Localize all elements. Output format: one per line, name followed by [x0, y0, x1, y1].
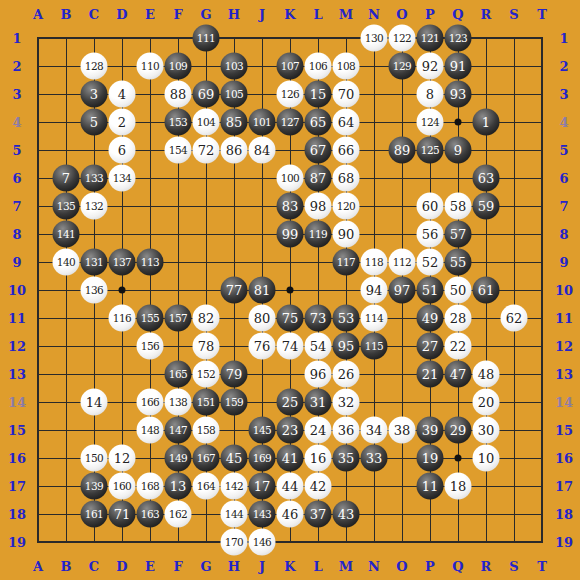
- col-label-top-Q: Q: [452, 7, 463, 22]
- stone-black-L18[interactable]: 37: [305, 501, 332, 528]
- stone-white-E15[interactable]: 148: [137, 417, 164, 444]
- stone-black-O2[interactable]: 129: [389, 53, 416, 80]
- stone-white-G13[interactable]: 152: [193, 361, 220, 388]
- stone-white-M4[interactable]: 64: [333, 109, 360, 136]
- move-number: 141: [57, 229, 76, 240]
- move-number: 126: [281, 89, 300, 100]
- move-number: 81: [254, 284, 271, 297]
- move-number: 138: [169, 397, 188, 408]
- stone-black-J16[interactable]: 169: [249, 445, 276, 472]
- stone-white-N15[interactable]: 34: [361, 417, 388, 444]
- grid-vline-T: [541, 37, 543, 543]
- stone-white-C7[interactable]: 132: [81, 193, 108, 220]
- stone-white-M14[interactable]: 32: [333, 389, 360, 416]
- stone-black-J18[interactable]: 143: [249, 501, 276, 528]
- stone-black-G16[interactable]: 167: [193, 445, 220, 472]
- stone-black-K11[interactable]: 75: [277, 305, 304, 332]
- stone-white-C10[interactable]: 136: [81, 277, 108, 304]
- stone-black-N16[interactable]: 33: [361, 445, 388, 472]
- row-label-left-17: 17: [8, 479, 26, 494]
- col-label-top-R: R: [481, 7, 492, 22]
- move-number: 146: [253, 537, 272, 548]
- stone-black-B8[interactable]: 141: [53, 221, 80, 248]
- stone-black-J17[interactable]: 17: [249, 473, 276, 500]
- stone-black-O5[interactable]: 89: [389, 137, 416, 164]
- row-label-left-10: 10: [8, 283, 26, 298]
- move-number: 84: [254, 144, 271, 157]
- stone-white-L7[interactable]: 98: [305, 193, 332, 220]
- stone-black-R10[interactable]: 61: [473, 277, 500, 304]
- stone-black-M9[interactable]: 117: [333, 249, 360, 276]
- stone-white-Q10[interactable]: 50: [445, 277, 472, 304]
- move-number: 111: [197, 33, 216, 44]
- stone-white-Q7[interactable]: 58: [445, 193, 472, 220]
- move-number: 49: [422, 312, 439, 325]
- move-number: 94: [366, 284, 383, 297]
- move-number: 17: [254, 480, 271, 493]
- stone-black-B7[interactable]: 135: [53, 193, 80, 220]
- stone-black-F11[interactable]: 157: [165, 305, 192, 332]
- move-number: 130: [365, 33, 384, 44]
- row-label-left-13: 13: [8, 367, 26, 382]
- star-point-D10: [119, 287, 126, 294]
- stone-black-Q3[interactable]: 93: [445, 81, 472, 108]
- stone-black-D9[interactable]: 137: [109, 249, 136, 276]
- stone-white-J5[interactable]: 84: [249, 137, 276, 164]
- stone-black-P12[interactable]: 27: [417, 333, 444, 360]
- move-number: 14: [86, 396, 103, 409]
- stone-white-H19[interactable]: 170: [221, 529, 248, 556]
- stone-white-L12[interactable]: 54: [305, 333, 332, 360]
- move-number: 82: [198, 312, 215, 325]
- stone-black-K16[interactable]: 41: [277, 445, 304, 472]
- stone-white-G5[interactable]: 72: [193, 137, 220, 164]
- col-label-bottom-C: C: [89, 559, 99, 574]
- stone-white-M15[interactable]: 36: [333, 417, 360, 444]
- stone-white-Q17[interactable]: 18: [445, 473, 472, 500]
- stone-white-G4[interactable]: 104: [193, 109, 220, 136]
- move-number: 3: [90, 88, 98, 101]
- row-label-left-7: 7: [12, 199, 21, 214]
- row-label-right-17: 17: [555, 479, 573, 494]
- stone-white-K6[interactable]: 100: [277, 165, 304, 192]
- stone-white-H5[interactable]: 86: [221, 137, 248, 164]
- stone-black-D18[interactable]: 71: [109, 501, 136, 528]
- stone-white-L15[interactable]: 24: [305, 417, 332, 444]
- stone-white-B9[interactable]: 140: [53, 249, 80, 276]
- move-number: 133: [85, 173, 104, 184]
- move-number: 44: [282, 480, 299, 493]
- star-point-Q4: [455, 119, 462, 126]
- move-number: 163: [141, 509, 160, 520]
- move-number: 155: [141, 313, 160, 324]
- stone-white-R14[interactable]: 20: [473, 389, 500, 416]
- move-number: 21: [422, 368, 439, 381]
- stone-white-N9[interactable]: 118: [361, 249, 388, 276]
- stone-black-Q5[interactable]: 9: [445, 137, 472, 164]
- row-label-right-19: 19: [555, 535, 573, 550]
- stone-white-M6[interactable]: 68: [333, 165, 360, 192]
- move-number: 151: [197, 397, 216, 408]
- stone-black-P13[interactable]: 21: [417, 361, 444, 388]
- stone-black-N12[interactable]: 115: [361, 333, 388, 360]
- stone-black-P11[interactable]: 49: [417, 305, 444, 332]
- row-label-left-15: 15: [8, 423, 26, 438]
- stone-black-R7[interactable]: 59: [473, 193, 500, 220]
- stone-black-P16[interactable]: 19: [417, 445, 444, 472]
- stone-black-K8[interactable]: 99: [277, 221, 304, 248]
- move-number: 168: [141, 481, 160, 492]
- move-number: 37: [310, 508, 327, 521]
- row-label-left-4: 4: [12, 115, 21, 130]
- stone-black-F15[interactable]: 147: [165, 417, 192, 444]
- stone-black-K7[interactable]: 83: [277, 193, 304, 220]
- move-number: 16: [310, 452, 327, 465]
- move-number: 42: [310, 480, 327, 493]
- stone-black-C9[interactable]: 131: [81, 249, 108, 276]
- stone-black-Q9[interactable]: 55: [445, 249, 472, 276]
- stone-white-E17[interactable]: 168: [137, 473, 164, 500]
- move-number: 72: [198, 144, 215, 157]
- move-number: 52: [422, 256, 439, 269]
- stone-black-M11[interactable]: 53: [333, 305, 360, 332]
- move-number: 143: [253, 509, 272, 520]
- stone-white-M7[interactable]: 120: [333, 193, 360, 220]
- move-number: 93: [450, 88, 467, 101]
- move-number: 46: [282, 508, 299, 521]
- move-number: 98: [310, 200, 327, 213]
- stone-white-M13[interactable]: 26: [333, 361, 360, 388]
- stone-black-H13[interactable]: 79: [221, 361, 248, 388]
- stone-white-R13[interactable]: 48: [473, 361, 500, 388]
- move-number: 123: [449, 33, 468, 44]
- row-label-left-12: 12: [8, 339, 26, 354]
- stone-white-O9[interactable]: 112: [389, 249, 416, 276]
- move-number: 58: [450, 200, 467, 213]
- move-number: 32: [338, 396, 355, 409]
- stone-white-P2[interactable]: 92: [417, 53, 444, 80]
- move-number: 162: [169, 509, 188, 520]
- stone-white-P4[interactable]: 124: [417, 109, 444, 136]
- move-number: 35: [338, 452, 355, 465]
- col-label-top-D: D: [116, 7, 127, 22]
- row-label-left-16: 16: [8, 451, 26, 466]
- stone-white-N10[interactable]: 94: [361, 277, 388, 304]
- stone-white-O1[interactable]: 122: [389, 25, 416, 52]
- move-number: 10: [478, 452, 495, 465]
- row-label-right-12: 12: [555, 339, 573, 354]
- col-label-bottom-E: E: [145, 559, 155, 574]
- row-label-right-9: 9: [559, 255, 568, 270]
- stone-black-P10[interactable]: 51: [417, 277, 444, 304]
- stone-black-G3[interactable]: 69: [193, 81, 220, 108]
- move-number: 139: [85, 481, 104, 492]
- move-number: 67: [310, 144, 327, 157]
- col-label-top-G: G: [200, 7, 211, 22]
- stone-black-H3[interactable]: 105: [221, 81, 248, 108]
- stone-black-H16[interactable]: 45: [221, 445, 248, 472]
- stone-black-M16[interactable]: 35: [333, 445, 360, 472]
- stone-white-D3[interactable]: 4: [109, 81, 136, 108]
- stone-white-J19[interactable]: 146: [249, 529, 276, 556]
- move-number: 121: [421, 33, 440, 44]
- move-number: 76: [254, 340, 271, 353]
- move-number: 135: [57, 201, 76, 212]
- stone-black-Q2[interactable]: 91: [445, 53, 472, 80]
- stone-black-E9[interactable]: 113: [137, 249, 164, 276]
- col-label-bottom-T: T: [537, 559, 547, 574]
- stone-black-B6[interactable]: 7: [53, 165, 80, 192]
- move-number: 6: [118, 144, 126, 157]
- move-number: 164: [197, 481, 216, 492]
- stone-black-M12[interactable]: 95: [333, 333, 360, 360]
- row-label-left-9: 9: [12, 255, 21, 270]
- stone-black-J10[interactable]: 81: [249, 277, 276, 304]
- row-label-left-1: 1: [12, 31, 21, 46]
- row-label-right-4: 4: [559, 115, 568, 130]
- row-label-left-2: 2: [12, 59, 21, 74]
- stone-black-J4[interactable]: 101: [249, 109, 276, 136]
- stone-white-D5[interactable]: 6: [109, 137, 136, 164]
- go-board[interactable]: AABBCCDDEEFFGGHHJJKKLLMMNNOOPPQQRRSSTT11…: [0, 0, 580, 580]
- stone-black-C6[interactable]: 133: [81, 165, 108, 192]
- stone-black-C18[interactable]: 161: [81, 501, 108, 528]
- stone-black-H14[interactable]: 159: [221, 389, 248, 416]
- move-number: 33: [366, 452, 383, 465]
- stone-black-E18[interactable]: 163: [137, 501, 164, 528]
- move-number: 29: [450, 424, 467, 437]
- stone-black-C3[interactable]: 3: [81, 81, 108, 108]
- stone-black-H2[interactable]: 103: [221, 53, 248, 80]
- move-number: 106: [309, 61, 328, 72]
- stone-black-R6[interactable]: 63: [473, 165, 500, 192]
- stone-white-C16[interactable]: 150: [81, 445, 108, 472]
- stone-black-Q15[interactable]: 29: [445, 417, 472, 444]
- stone-white-G11[interactable]: 82: [193, 305, 220, 332]
- row-label-left-18: 18: [8, 507, 26, 522]
- stone-black-Q8[interactable]: 57: [445, 221, 472, 248]
- stone-black-L8[interactable]: 119: [305, 221, 332, 248]
- stone-black-F2[interactable]: 109: [165, 53, 192, 80]
- col-label-top-N: N: [368, 7, 380, 22]
- stone-white-K18[interactable]: 46: [277, 501, 304, 528]
- stone-black-H4[interactable]: 85: [221, 109, 248, 136]
- stone-white-E14[interactable]: 166: [137, 389, 164, 416]
- stone-black-P17[interactable]: 11: [417, 473, 444, 500]
- move-number: 45: [226, 452, 243, 465]
- move-number: 36: [338, 424, 355, 437]
- move-number: 142: [225, 481, 244, 492]
- stone-white-F3[interactable]: 88: [165, 81, 192, 108]
- stone-black-F13[interactable]: 165: [165, 361, 192, 388]
- stone-black-R4[interactable]: 1: [473, 109, 500, 136]
- col-label-bottom-A: A: [33, 559, 43, 574]
- move-number: 159: [225, 397, 244, 408]
- col-label-top-M: M: [339, 7, 353, 22]
- move-number: 38: [394, 424, 411, 437]
- move-number: 9: [454, 144, 462, 157]
- stone-black-M18[interactable]: 43: [333, 501, 360, 528]
- stone-white-D16[interactable]: 12: [109, 445, 136, 472]
- move-number: 107: [281, 61, 300, 72]
- stone-white-F18[interactable]: 162: [165, 501, 192, 528]
- stone-black-F4[interactable]: 153: [165, 109, 192, 136]
- move-number: 31: [310, 396, 327, 409]
- move-number: 69: [198, 88, 215, 101]
- stone-black-E11[interactable]: 155: [137, 305, 164, 332]
- stone-black-K4[interactable]: 127: [277, 109, 304, 136]
- move-number: 47: [450, 368, 467, 381]
- row-label-left-14: 14: [8, 395, 26, 410]
- stone-white-M8[interactable]: 90: [333, 221, 360, 248]
- move-number: 170: [225, 537, 244, 548]
- stone-white-F14[interactable]: 138: [165, 389, 192, 416]
- move-number: 39: [422, 424, 439, 437]
- stone-black-J15[interactable]: 145: [249, 417, 276, 444]
- move-number: 147: [169, 425, 188, 436]
- stone-black-L3[interactable]: 15: [305, 81, 332, 108]
- stone-white-C14[interactable]: 14: [81, 389, 108, 416]
- stone-black-L4[interactable]: 65: [305, 109, 332, 136]
- move-number: 101: [253, 117, 272, 128]
- stone-black-P15[interactable]: 39: [417, 417, 444, 444]
- move-number: 5: [90, 116, 98, 129]
- stone-black-Q13[interactable]: 47: [445, 361, 472, 388]
- stone-black-F16[interactable]: 149: [165, 445, 192, 472]
- stone-black-H10[interactable]: 77: [221, 277, 248, 304]
- stone-black-F17[interactable]: 13: [165, 473, 192, 500]
- stone-white-K12[interactable]: 74: [277, 333, 304, 360]
- stone-white-L13[interactable]: 96: [305, 361, 332, 388]
- stone-black-P1[interactable]: 121: [417, 25, 444, 52]
- move-number: 166: [141, 397, 160, 408]
- stone-black-L6[interactable]: 87: [305, 165, 332, 192]
- stone-black-G14[interactable]: 151: [193, 389, 220, 416]
- stone-black-L14[interactable]: 31: [305, 389, 332, 416]
- stone-black-K2[interactable]: 107: [277, 53, 304, 80]
- stone-white-G17[interactable]: 164: [193, 473, 220, 500]
- move-number: 63: [478, 172, 495, 185]
- move-number: 86: [226, 144, 243, 157]
- col-label-bottom-S: S: [509, 559, 518, 574]
- stone-white-F5[interactable]: 154: [165, 137, 192, 164]
- move-number: 78: [198, 340, 215, 353]
- move-number: 115: [365, 341, 384, 352]
- col-label-top-J: J: [259, 7, 265, 22]
- stone-white-M3[interactable]: 70: [333, 81, 360, 108]
- stone-white-L17[interactable]: 42: [305, 473, 332, 500]
- stone-white-P8[interactable]: 56: [417, 221, 444, 248]
- stone-white-D4[interactable]: 2: [109, 109, 136, 136]
- stone-white-E12[interactable]: 156: [137, 333, 164, 360]
- stone-white-K17[interactable]: 44: [277, 473, 304, 500]
- stone-white-Q11[interactable]: 28: [445, 305, 472, 332]
- move-number: 65: [310, 116, 327, 129]
- stone-white-J12[interactable]: 76: [249, 333, 276, 360]
- row-label-right-8: 8: [559, 227, 568, 242]
- move-number: 122: [393, 33, 412, 44]
- move-number: 89: [394, 144, 411, 157]
- stone-black-L5[interactable]: 67: [305, 137, 332, 164]
- stone-black-C4[interactable]: 5: [81, 109, 108, 136]
- move-number: 74: [282, 340, 299, 353]
- col-label-bottom-L: L: [313, 559, 322, 574]
- stone-black-C17[interactable]: 139: [81, 473, 108, 500]
- stone-black-P5[interactable]: 125: [417, 137, 444, 164]
- move-number: 104: [197, 117, 216, 128]
- move-number: 85: [226, 116, 243, 129]
- move-number: 117: [337, 257, 356, 268]
- stone-black-L11[interactable]: 73: [305, 305, 332, 332]
- move-number: 116: [113, 313, 132, 324]
- stone-white-P3[interactable]: 8: [417, 81, 444, 108]
- stone-white-K3[interactable]: 126: [277, 81, 304, 108]
- move-number: 12: [114, 452, 131, 465]
- stone-white-N11[interactable]: 114: [361, 305, 388, 332]
- stone-white-H17[interactable]: 142: [221, 473, 248, 500]
- row-label-right-1: 1: [559, 31, 568, 46]
- move-number: 27: [422, 340, 439, 353]
- stone-black-K15[interactable]: 23: [277, 417, 304, 444]
- stone-white-L2[interactable]: 106: [305, 53, 332, 80]
- stone-white-P9[interactable]: 52: [417, 249, 444, 276]
- stone-black-Q1[interactable]: 123: [445, 25, 472, 52]
- stone-white-G12[interactable]: 78: [193, 333, 220, 360]
- stone-white-R15[interactable]: 30: [473, 417, 500, 444]
- stone-white-J11[interactable]: 80: [249, 305, 276, 332]
- stone-white-S11[interactable]: 62: [501, 305, 528, 332]
- stone-white-G15[interactable]: 158: [193, 417, 220, 444]
- stone-white-D17[interactable]: 160: [109, 473, 136, 500]
- stone-white-N1[interactable]: 130: [361, 25, 388, 52]
- move-number: 55: [450, 256, 467, 269]
- stone-black-G1[interactable]: 111: [193, 25, 220, 52]
- stone-white-H18[interactable]: 144: [221, 501, 248, 528]
- move-number: 161: [85, 509, 104, 520]
- stone-white-C2[interactable]: 128: [81, 53, 108, 80]
- stone-white-M5[interactable]: 66: [333, 137, 360, 164]
- stone-white-P7[interactable]: 60: [417, 193, 444, 220]
- stone-white-Q12[interactable]: 22: [445, 333, 472, 360]
- move-number: 125: [421, 145, 440, 156]
- move-number: 150: [85, 453, 104, 464]
- move-number: 100: [281, 173, 300, 184]
- stone-black-K14[interactable]: 25: [277, 389, 304, 416]
- move-number: 91: [450, 60, 467, 73]
- move-number: 80: [254, 312, 271, 325]
- stone-white-D11[interactable]: 116: [109, 305, 136, 332]
- move-number: 13: [170, 480, 187, 493]
- move-number: 112: [393, 257, 412, 268]
- stone-white-L16[interactable]: 16: [305, 445, 332, 472]
- stone-white-E2[interactable]: 110: [137, 53, 164, 80]
- row-label-right-3: 3: [559, 87, 568, 102]
- stone-white-M2[interactable]: 108: [333, 53, 360, 80]
- col-label-top-E: E: [145, 7, 155, 22]
- stone-white-O15[interactable]: 38: [389, 417, 416, 444]
- stone-white-D6[interactable]: 134: [109, 165, 136, 192]
- move-number: 68: [338, 172, 355, 185]
- col-label-bottom-R: R: [481, 559, 492, 574]
- move-number: 64: [338, 116, 355, 129]
- move-number: 83: [282, 200, 299, 213]
- move-number: 97: [394, 284, 411, 297]
- move-number: 62: [506, 312, 523, 325]
- stone-black-O10[interactable]: 97: [389, 277, 416, 304]
- col-label-bottom-P: P: [425, 559, 435, 574]
- col-label-bottom-J: J: [259, 559, 265, 574]
- stone-white-R16[interactable]: 10: [473, 445, 500, 472]
